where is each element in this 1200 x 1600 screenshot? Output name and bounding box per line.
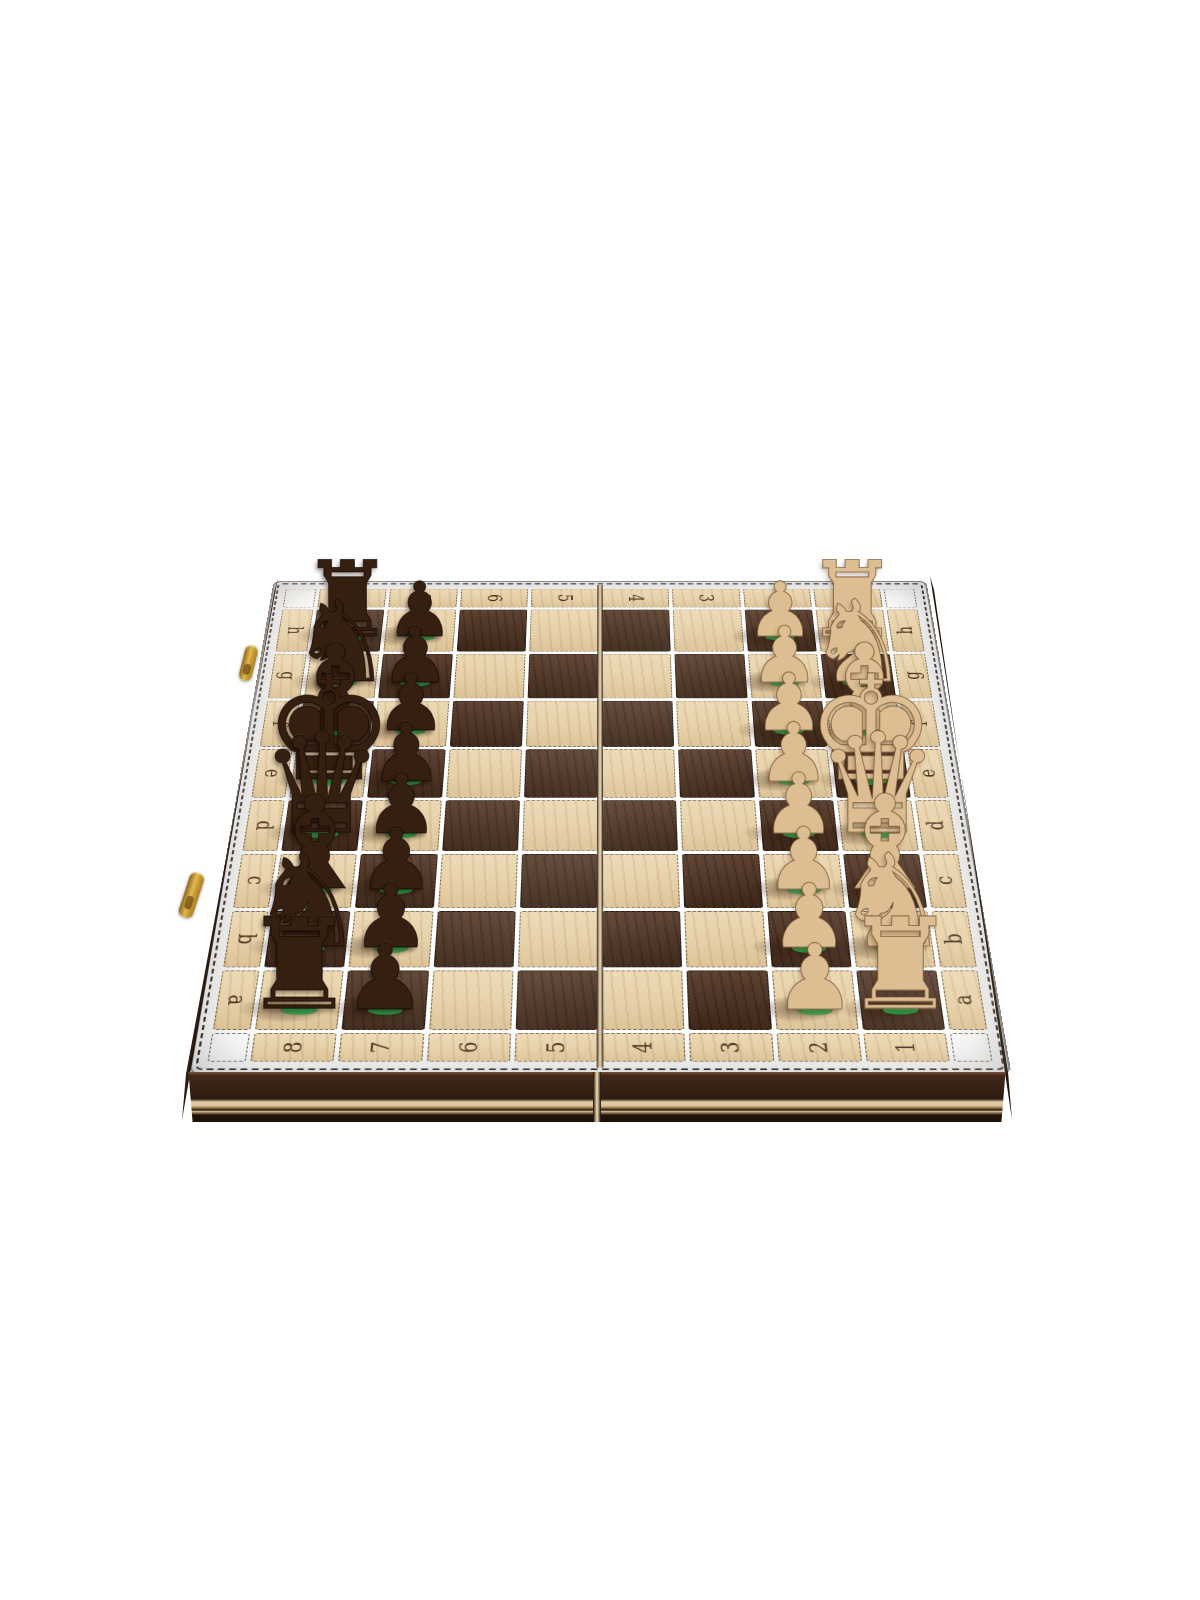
square-d6[interactable]	[442, 800, 520, 851]
rank-label-back: 8	[317, 589, 387, 608]
file-label-right: a	[941, 970, 988, 1030]
square-e6[interactable]	[446, 749, 522, 797]
square-g1[interactable]	[820, 654, 896, 698]
square-h6[interactable]	[456, 610, 527, 652]
rank-label-front: 1	[863, 1033, 950, 1061]
square-h1[interactable]	[815, 610, 889, 652]
square-d3[interactable]	[680, 800, 758, 851]
rank-label-back: 6	[460, 589, 528, 608]
square-c1[interactable]	[843, 854, 927, 908]
file-label-right: b	[932, 911, 977, 967]
rank-label-front-text: 2	[806, 1041, 832, 1053]
square-f7[interactable]	[373, 700, 449, 746]
rank-label-back-text: 7	[413, 594, 434, 602]
product-photo-scene: 8877665544332211hhggffeeddccbbaa ♜♞♝♛♚♝♞…	[0, 0, 1200, 1600]
square-c3[interactable]	[682, 854, 762, 908]
square-e7[interactable]	[367, 749, 445, 797]
file-label-left: e	[251, 749, 292, 797]
square-d1[interactable]	[837, 800, 919, 851]
file-label-right: h	[887, 610, 925, 652]
border-corner	[950, 1033, 992, 1061]
file-label-right-text: b	[941, 933, 966, 944]
square-c5[interactable]	[520, 854, 598, 908]
rank-label-front-text: 7	[368, 1041, 394, 1053]
square-h7[interactable]	[384, 610, 456, 652]
square-g5[interactable]	[527, 654, 598, 698]
square-a6[interactable]	[429, 970, 514, 1030]
square-c4[interactable]	[602, 854, 680, 908]
square-a3[interactable]	[687, 970, 772, 1030]
rank-label-front-text: 5	[544, 1041, 569, 1053]
file-label-right-text: h	[895, 626, 917, 634]
front-fold-seam	[593, 1072, 601, 1122]
rank-label-front-text: 1	[893, 1041, 919, 1053]
file-label-left-text: a	[223, 994, 249, 1005]
square-b7[interactable]	[349, 911, 433, 967]
file-label-left-text: h	[284, 626, 306, 634]
square-g2[interactable]	[748, 654, 822, 698]
border-corner	[283, 589, 317, 608]
rank-label-back-text: 6	[484, 594, 504, 602]
file-label-left-text: g	[276, 672, 298, 680]
square-h5[interactable]	[529, 610, 598, 652]
square-h4[interactable]	[602, 610, 671, 652]
square-g8[interactable]	[304, 654, 380, 698]
rank-label-back: 7	[388, 589, 457, 608]
rank-label-back-text: 2	[767, 594, 788, 602]
square-f6[interactable]	[449, 700, 523, 746]
square-e1[interactable]	[831, 749, 911, 797]
square-a8[interactable]	[255, 970, 344, 1030]
rank-label-front-text: 4	[631, 1041, 656, 1053]
rank-label-back-text: 3	[696, 594, 716, 602]
file-label-left: g	[268, 654, 307, 698]
square-e2[interactable]	[755, 749, 833, 797]
rank-label-front: 7	[338, 1033, 424, 1061]
square-c2[interactable]	[763, 854, 845, 908]
board-front-side	[186, 1072, 1008, 1122]
file-label-left-text: c	[243, 876, 267, 885]
square-f4[interactable]	[602, 700, 674, 746]
border-corner	[207, 1033, 249, 1061]
rank-label-front: 5	[514, 1033, 598, 1061]
square-b2[interactable]	[767, 911, 851, 967]
rank-label-back: 1	[813, 589, 883, 608]
rank-label-front: 6	[426, 1033, 511, 1061]
square-e8[interactable]	[289, 749, 369, 797]
file-label-left-text: d	[252, 821, 276, 831]
rank-label-front: 3	[689, 1033, 774, 1061]
rank-label-back: 5	[531, 589, 599, 608]
chess-board: 8877665544332211hhggffeeddccbbaa	[188, 581, 1011, 1075]
square-c8[interactable]	[273, 854, 357, 908]
square-b5[interactable]	[518, 911, 598, 967]
file-label-right: d	[915, 800, 957, 851]
brass-clasp-lower	[177, 871, 205, 919]
file-label-right: e	[908, 749, 949, 797]
square-a5[interactable]	[515, 970, 597, 1030]
file-label-right-text: c	[933, 876, 957, 885]
square-f2[interactable]	[751, 700, 827, 746]
square-g4[interactable]	[602, 654, 673, 698]
border-corner	[884, 589, 918, 608]
rank-label-front-text: 3	[719, 1041, 744, 1053]
file-label-left-text: f	[269, 721, 291, 726]
square-e5[interactable]	[524, 749, 598, 797]
square-e3[interactable]	[678, 749, 754, 797]
file-label-right-text: a	[951, 994, 977, 1005]
square-f3[interactable]	[676, 700, 750, 746]
square-g7[interactable]	[378, 654, 452, 698]
file-label-right: g	[893, 654, 932, 698]
square-e4[interactable]	[602, 749, 676, 797]
square-b6[interactable]	[433, 911, 515, 967]
square-b8[interactable]	[264, 911, 351, 967]
square-b1[interactable]	[849, 911, 936, 967]
file-label-right: f	[900, 700, 940, 746]
file-label-left: a	[213, 970, 260, 1030]
square-g6[interactable]	[453, 654, 525, 698]
rank-label-back-text: 8	[342, 594, 363, 602]
rank-label-back: 4	[602, 589, 670, 608]
file-label-right-text: d	[924, 821, 948, 831]
square-h2[interactable]	[744, 610, 816, 652]
file-label-left-text: b	[233, 933, 258, 944]
square-d7[interactable]	[361, 800, 441, 851]
square-h8[interactable]	[311, 610, 385, 652]
file-label-left: h	[275, 610, 313, 652]
square-b3[interactable]	[685, 911, 767, 967]
square-h3[interactable]	[673, 610, 744, 652]
file-label-left: c	[233, 854, 277, 908]
rank-label-front: 4	[602, 1033, 686, 1061]
file-label-right-text: g	[902, 672, 924, 680]
square-f1[interactable]	[826, 700, 904, 746]
file-label-left: b	[223, 911, 268, 967]
rank-label-front-text: 6	[456, 1041, 481, 1053]
square-f8[interactable]	[297, 700, 375, 746]
square-d5[interactable]	[522, 800, 598, 851]
file-label-left: f	[260, 700, 300, 746]
square-a7[interactable]	[342, 970, 429, 1030]
rank-label-back-text: 4	[625, 594, 645, 602]
rank-label-back: 2	[743, 589, 812, 608]
fold-seam	[597, 585, 604, 1068]
square-d4[interactable]	[602, 800, 678, 851]
square-d2[interactable]	[759, 800, 839, 851]
square-a2[interactable]	[771, 970, 858, 1030]
square-c7[interactable]	[355, 854, 437, 908]
square-a1[interactable]	[856, 970, 945, 1030]
square-d8[interactable]	[281, 800, 363, 851]
file-label-left-text: e	[261, 769, 284, 778]
board-wrap: 8877665544332211hhggffeeddccbbaa	[236, 435, 964, 1163]
square-g3[interactable]	[675, 654, 747, 698]
file-label-left: d	[242, 800, 284, 851]
rank-label-front: 2	[776, 1033, 862, 1061]
file-label-right: c	[923, 854, 967, 908]
rank-label-back-text: 1	[837, 594, 858, 602]
square-b4[interactable]	[602, 911, 682, 967]
square-c6[interactable]	[438, 854, 518, 908]
rank-label-front-text: 8	[281, 1041, 307, 1053]
file-label-right-text: f	[909, 721, 931, 726]
square-f5[interactable]	[526, 700, 598, 746]
rank-label-back-text: 5	[555, 594, 575, 602]
rank-label-back: 3	[672, 589, 740, 608]
square-a4[interactable]	[602, 970, 684, 1030]
file-label-right-text: e	[916, 769, 939, 778]
rank-label-front: 8	[250, 1033, 337, 1061]
